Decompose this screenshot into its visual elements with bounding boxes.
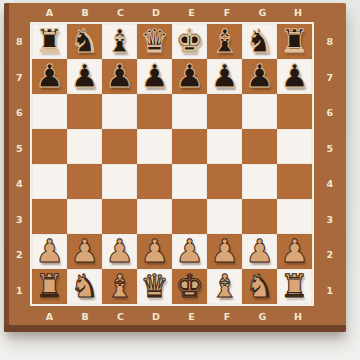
square-d7[interactable]: ♟ bbox=[137, 59, 172, 94]
chess-board: ABCDEFGH 87654321 87654321 ABCDEFGH ♜♞♝♛… bbox=[4, 3, 346, 332]
piece-black-rook[interactable]: ♜ bbox=[32, 23, 67, 58]
file-label-top-e: E bbox=[174, 3, 210, 23]
piece-black-queen[interactable]: ♛ bbox=[137, 23, 172, 58]
square-h7[interactable]: ♟ bbox=[277, 59, 312, 94]
square-c2[interactable]: ♟ bbox=[102, 234, 137, 269]
square-b7[interactable]: ♟ bbox=[67, 59, 102, 94]
square-d3[interactable] bbox=[137, 199, 172, 234]
square-d5[interactable] bbox=[137, 129, 172, 164]
square-h2[interactable]: ♟ bbox=[277, 234, 312, 269]
piece-black-pawn[interactable]: ♟ bbox=[207, 58, 242, 93]
square-c7[interactable]: ♟ bbox=[102, 59, 137, 94]
rank-label-left-8: 8 bbox=[9, 24, 30, 60]
rank-label-left-1: 1 bbox=[9, 273, 30, 309]
square-b3[interactable] bbox=[67, 199, 102, 234]
piece-white-knight[interactable]: ♞ bbox=[242, 268, 277, 303]
piece-black-knight[interactable]: ♞ bbox=[242, 23, 277, 58]
square-f7[interactable]: ♟ bbox=[207, 59, 242, 94]
piece-white-pawn[interactable]: ♟ bbox=[207, 233, 242, 268]
square-e5[interactable] bbox=[172, 129, 207, 164]
square-c6[interactable] bbox=[102, 94, 137, 129]
square-f2[interactable]: ♟ bbox=[207, 234, 242, 269]
square-h1[interactable]: ♜ bbox=[277, 269, 312, 304]
square-b5[interactable] bbox=[67, 129, 102, 164]
rank-label-right-5: 5 bbox=[314, 131, 346, 167]
piece-white-king[interactable]: ♚ bbox=[172, 268, 207, 303]
photo-background: ABCDEFGH 87654321 87654321 ABCDEFGH ♜♞♝♛… bbox=[0, 0, 360, 360]
file-label-bottom-h: H bbox=[281, 308, 317, 325]
piece-black-pawn[interactable]: ♟ bbox=[172, 58, 207, 93]
square-e8[interactable]: ♚ bbox=[172, 24, 207, 59]
square-d6[interactable] bbox=[137, 94, 172, 129]
square-g8[interactable]: ♞ bbox=[242, 24, 277, 59]
file-label-bottom-e: E bbox=[174, 308, 210, 325]
square-a7[interactable]: ♟ bbox=[32, 59, 67, 94]
square-g3[interactable] bbox=[242, 199, 277, 234]
square-f5[interactable] bbox=[207, 129, 242, 164]
square-g7[interactable]: ♟ bbox=[242, 59, 277, 94]
piece-black-rook[interactable]: ♜ bbox=[277, 23, 312, 58]
square-a3[interactable] bbox=[32, 199, 67, 234]
square-f8[interactable]: ♝ bbox=[207, 24, 242, 59]
square-e7[interactable]: ♟ bbox=[172, 59, 207, 94]
rank-label-right-1: 1 bbox=[314, 273, 346, 309]
square-g2[interactable]: ♟ bbox=[242, 234, 277, 269]
file-label-top-c: C bbox=[103, 3, 139, 23]
board-squares: ♜♞♝♛♚♝♞♜♟♟♟♟♟♟♟♟♟♟♟♟♟♟♟♟♜♞♝♛♚♝♞♜ bbox=[32, 24, 312, 304]
piece-white-pawn[interactable]: ♟ bbox=[172, 233, 207, 268]
square-d8[interactable]: ♛ bbox=[137, 24, 172, 59]
square-g6[interactable] bbox=[242, 94, 277, 129]
file-label-bottom-d: D bbox=[139, 308, 175, 325]
square-c3[interactable] bbox=[102, 199, 137, 234]
square-a2[interactable]: ♟ bbox=[32, 234, 67, 269]
piece-white-pawn[interactable]: ♟ bbox=[277, 233, 312, 268]
square-d2[interactable]: ♟ bbox=[137, 234, 172, 269]
square-a5[interactable] bbox=[32, 129, 67, 164]
square-h4[interactable] bbox=[277, 164, 312, 199]
rank-label-left-3: 3 bbox=[9, 202, 30, 238]
piece-white-rook[interactable]: ♜ bbox=[277, 268, 312, 303]
rank-label-left-7: 7 bbox=[9, 60, 30, 96]
piece-black-bishop[interactable]: ♝ bbox=[102, 23, 137, 58]
square-h6[interactable] bbox=[277, 94, 312, 129]
square-g5[interactable] bbox=[242, 129, 277, 164]
square-b4[interactable] bbox=[67, 164, 102, 199]
square-e6[interactable] bbox=[172, 94, 207, 129]
square-e3[interactable] bbox=[172, 199, 207, 234]
piece-white-pawn[interactable]: ♟ bbox=[137, 233, 172, 268]
file-labels-top: ABCDEFGH bbox=[32, 3, 316, 23]
piece-black-pawn[interactable]: ♟ bbox=[67, 58, 102, 93]
file-label-bottom-c: C bbox=[103, 308, 139, 325]
square-f4[interactable] bbox=[207, 164, 242, 199]
playing-area: ♜♞♝♛♚♝♞♜♟♟♟♟♟♟♟♟♟♟♟♟♟♟♟♟♜♞♝♛♚♝♞♜ bbox=[30, 22, 314, 306]
square-c8[interactable]: ♝ bbox=[102, 24, 137, 59]
file-label-top-b: B bbox=[68, 3, 104, 23]
piece-black-pawn[interactable]: ♟ bbox=[277, 58, 312, 93]
rank-label-right-6: 6 bbox=[314, 95, 346, 131]
square-b6[interactable] bbox=[67, 94, 102, 129]
file-label-top-h: H bbox=[281, 3, 317, 23]
piece-white-rook[interactable]: ♜ bbox=[32, 268, 67, 303]
piece-black-pawn[interactable]: ♟ bbox=[102, 58, 137, 93]
square-f1[interactable]: ♝ bbox=[207, 269, 242, 304]
board-bottom-edge bbox=[4, 325, 346, 332]
square-g1[interactable]: ♞ bbox=[242, 269, 277, 304]
square-h8[interactable]: ♜ bbox=[277, 24, 312, 59]
rank-label-right-2: 2 bbox=[314, 237, 346, 273]
square-b1[interactable]: ♞ bbox=[67, 269, 102, 304]
piece-white-pawn[interactable]: ♟ bbox=[67, 233, 102, 268]
file-label-bottom-b: B bbox=[68, 308, 104, 325]
piece-black-king[interactable]: ♚ bbox=[172, 23, 207, 58]
square-f3[interactable] bbox=[207, 199, 242, 234]
square-d1[interactable]: ♛ bbox=[137, 269, 172, 304]
rank-label-left-5: 5 bbox=[9, 131, 30, 167]
rank-label-right-3: 3 bbox=[314, 202, 346, 238]
piece-black-pawn[interactable]: ♟ bbox=[137, 58, 172, 93]
piece-white-bishop[interactable]: ♝ bbox=[207, 268, 242, 303]
piece-white-pawn[interactable]: ♟ bbox=[32, 233, 67, 268]
file-label-top-f: F bbox=[210, 3, 246, 23]
square-a6[interactable] bbox=[32, 94, 67, 129]
square-h3[interactable] bbox=[277, 199, 312, 234]
piece-white-knight[interactable]: ♞ bbox=[67, 268, 102, 303]
piece-black-pawn[interactable]: ♟ bbox=[242, 58, 277, 93]
file-label-bottom-a: A bbox=[32, 308, 68, 325]
piece-white-pawn[interactable]: ♟ bbox=[242, 233, 277, 268]
square-d4[interactable] bbox=[137, 164, 172, 199]
rank-label-right-4: 4 bbox=[314, 166, 346, 202]
piece-black-knight[interactable]: ♞ bbox=[67, 23, 102, 58]
square-a8[interactable]: ♜ bbox=[32, 24, 67, 59]
file-label-top-g: G bbox=[245, 3, 281, 23]
rank-labels-right: 87654321 bbox=[314, 24, 346, 308]
piece-black-pawn[interactable]: ♟ bbox=[32, 58, 67, 93]
rank-label-left-4: 4 bbox=[9, 166, 30, 202]
square-b8[interactable]: ♞ bbox=[67, 24, 102, 59]
square-f6[interactable] bbox=[207, 94, 242, 129]
square-e4[interactable] bbox=[172, 164, 207, 199]
file-label-bottom-f: F bbox=[210, 308, 246, 325]
piece-white-bishop[interactable]: ♝ bbox=[102, 268, 137, 303]
rank-label-left-6: 6 bbox=[9, 95, 30, 131]
square-e2[interactable]: ♟ bbox=[172, 234, 207, 269]
piece-black-bishop[interactable]: ♝ bbox=[207, 23, 242, 58]
rank-label-right-8: 8 bbox=[314, 24, 346, 60]
piece-white-pawn[interactable]: ♟ bbox=[102, 233, 137, 268]
rank-label-right-7: 7 bbox=[314, 60, 346, 96]
square-a1[interactable]: ♜ bbox=[32, 269, 67, 304]
square-a4[interactable] bbox=[32, 164, 67, 199]
square-h5[interactable] bbox=[277, 129, 312, 164]
file-labels-bottom: ABCDEFGH bbox=[32, 308, 316, 325]
square-c4[interactable] bbox=[102, 164, 137, 199]
file-label-top-d: D bbox=[139, 3, 175, 23]
file-label-bottom-g: G bbox=[245, 308, 281, 325]
rank-labels-left: 87654321 bbox=[9, 24, 30, 308]
square-b2[interactable]: ♟ bbox=[67, 234, 102, 269]
file-label-top-a: A bbox=[32, 3, 68, 23]
piece-white-queen[interactable]: ♛ bbox=[137, 268, 172, 303]
square-e1[interactable]: ♚ bbox=[172, 269, 207, 304]
rank-label-left-2: 2 bbox=[9, 237, 30, 273]
square-c5[interactable] bbox=[102, 129, 137, 164]
square-g4[interactable] bbox=[242, 164, 277, 199]
square-c1[interactable]: ♝ bbox=[102, 269, 137, 304]
